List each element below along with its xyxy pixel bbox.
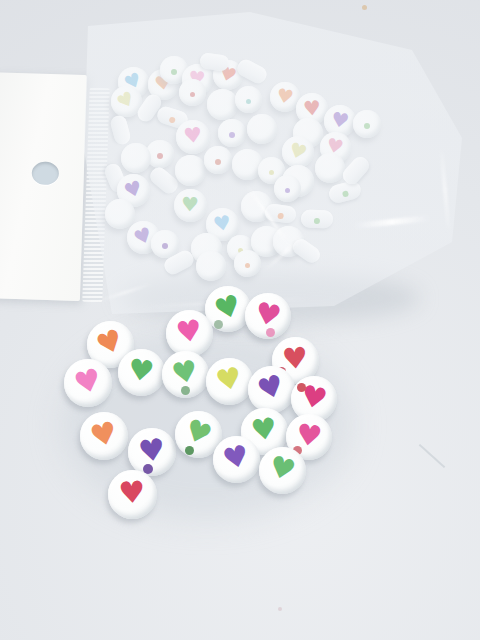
- bag-bead: [175, 155, 206, 186]
- bead-hole: [364, 123, 370, 129]
- bag-bead: [263, 202, 296, 223]
- loose-bead: ♥: [64, 359, 112, 407]
- loose-bead: ♥: [128, 428, 176, 476]
- bead-hole: [162, 243, 168, 249]
- bead-hole: [314, 218, 320, 224]
- bag-bead: ♥: [176, 120, 210, 154]
- bead-hole: [269, 170, 274, 175]
- bead-hole: [181, 386, 190, 395]
- hang-hole: [31, 161, 59, 185]
- loose-bead: ♥: [248, 366, 295, 413]
- bag-bead: [247, 114, 277, 144]
- bead-hole: [168, 115, 176, 123]
- heart-icon: ♥: [174, 316, 204, 348]
- heart-icon: ♥: [302, 98, 321, 119]
- bead-hole: [297, 383, 306, 392]
- bag-bead: [353, 110, 381, 138]
- heart-icon: ♥: [137, 434, 168, 467]
- bag-bead: [204, 146, 232, 174]
- bead-hole: [171, 69, 177, 75]
- bag-bead: [234, 250, 261, 277]
- loose-bead: ♥: [245, 293, 291, 339]
- heart-icon: ♥: [126, 355, 156, 387]
- bag-bead: ♥: [282, 136, 314, 168]
- heart-icon: ♥: [266, 451, 299, 486]
- heart-icon: ♥: [252, 298, 283, 332]
- bead-hole: [157, 153, 163, 159]
- heart-icon: ♥: [87, 417, 120, 453]
- bag-bead: [218, 119, 246, 147]
- heart-icon: ♥: [275, 85, 295, 107]
- bag-bead: [207, 89, 238, 120]
- bag-bead: [301, 209, 334, 228]
- bead-hole: [185, 446, 194, 455]
- loose-bead: ♥: [108, 470, 157, 519]
- heart-icon: ♥: [286, 139, 309, 164]
- heart-icon: ♥: [121, 177, 144, 202]
- loose-bead: ♥: [162, 351, 209, 398]
- heart-icon: ♥: [114, 88, 138, 113]
- surface-scratch: [419, 444, 446, 468]
- bead-hole: [245, 263, 250, 268]
- bead-hole: [342, 190, 349, 197]
- heart-icon: ♥: [211, 212, 232, 235]
- heart-icon: ♥: [213, 363, 244, 397]
- bead-hole: [214, 320, 223, 329]
- heart-icon: ♥: [329, 109, 350, 132]
- bead-hole: [246, 99, 251, 104]
- bag-bead: [274, 175, 301, 202]
- loose-bead: ♥: [205, 286, 251, 332]
- loose-bead: ♥: [166, 310, 213, 357]
- bead-hole: [285, 188, 290, 193]
- bag-bead: [109, 114, 132, 146]
- heart-icon: ♥: [254, 370, 288, 406]
- bag-bead: [105, 199, 135, 229]
- heart-icon: ♥: [93, 325, 128, 362]
- heart-icon: ♥: [220, 441, 252, 475]
- heart-icon: ♥: [169, 356, 200, 390]
- heart-icon: ♥: [183, 125, 204, 148]
- bag-bead: [179, 79, 206, 106]
- bag-bead: [290, 236, 323, 266]
- bead-hole: [229, 132, 235, 138]
- heart-icon: ♥: [181, 194, 200, 215]
- plastic-crease: [354, 215, 430, 229]
- bead-hole: [215, 159, 221, 165]
- loose-bead: ♥: [213, 436, 260, 483]
- plastic-crease: [439, 146, 451, 234]
- heart-icon: ♥: [249, 414, 279, 446]
- bag-bead: [235, 86, 262, 113]
- dust-speck: [278, 607, 282, 611]
- loose-bead: ♥: [259, 447, 306, 494]
- heart-icon: ♥: [71, 364, 105, 400]
- bag-bead: [315, 153, 345, 183]
- bag-bead: [121, 143, 151, 173]
- loose-bead: ♥: [80, 412, 128, 460]
- loose-bead: ♥: [118, 349, 165, 396]
- bag-bead: [327, 179, 363, 205]
- bead-hole: [190, 92, 195, 97]
- loose-bead: ♥: [206, 358, 253, 405]
- dust-speck: [362, 5, 367, 10]
- bag-header-card: [0, 72, 87, 301]
- heart-icon: ♥: [181, 415, 216, 452]
- bead-hole: [276, 212, 283, 219]
- beads-photo: ♥♥♥♥♥♥♥♥♥♥♥♥♥♥♥ ♥♥♥♥♥♥♥♥♥♥♥♥♥♥♥♥♥♥♥: [0, 0, 480, 640]
- bead-hole: [266, 328, 275, 337]
- heart-icon: ♥: [118, 477, 147, 509]
- bag-bead: [196, 251, 226, 281]
- bag-crimp-edge: [82, 88, 109, 303]
- bag-bead: ♥: [174, 189, 207, 222]
